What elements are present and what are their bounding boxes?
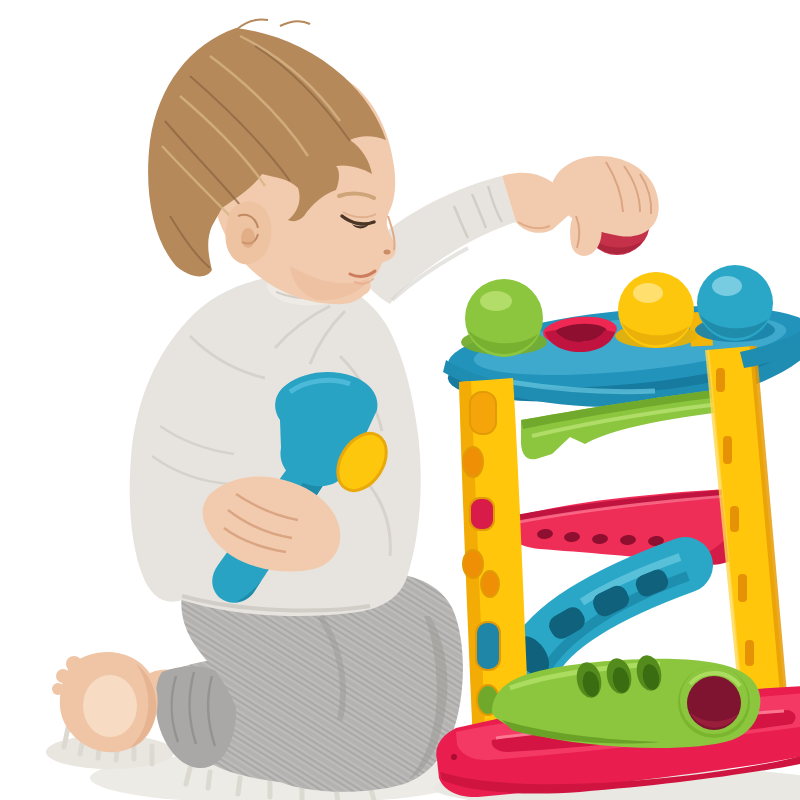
product-photo: A toddler kneels on a white carpet besid…	[40, 16, 800, 800]
ball-green	[465, 279, 543, 357]
toy-tower	[436, 265, 800, 797]
ball-yellow	[618, 272, 694, 348]
ball-teal	[697, 265, 773, 341]
nostril	[384, 250, 391, 255]
photo-canvas	[40, 16, 800, 800]
tunnel-mouth	[678, 666, 750, 738]
